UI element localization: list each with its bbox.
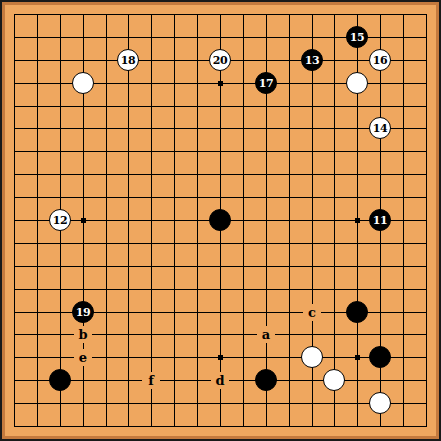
move-number-label: 18 <box>121 54 135 67</box>
black-stone-D6: 19 <box>72 301 94 323</box>
star-point <box>355 355 360 360</box>
move-number-label: 17 <box>259 77 273 90</box>
move-number-label: 11 <box>373 214 387 227</box>
white-stone-D16 <box>72 72 94 94</box>
go-board: abcdef11121314151617181920 <box>0 0 441 441</box>
move-number-label: 19 <box>76 306 90 319</box>
black-stone-M3 <box>255 369 277 391</box>
letter-annotation-e: e <box>74 349 92 366</box>
move-number-label: 20 <box>213 54 227 67</box>
grid-line-horizontal <box>14 289 427 290</box>
grid-line-horizontal <box>14 266 427 267</box>
grid-line-vertical <box>334 14 335 427</box>
grid-line-horizontal <box>14 243 427 244</box>
white-stone-R2 <box>369 392 391 414</box>
star-point <box>355 218 360 223</box>
letter-annotation-b: b <box>74 326 92 343</box>
grid-line-horizontal <box>14 426 427 427</box>
black-stone-O17: 13 <box>301 49 323 71</box>
grid-line-vertical <box>426 14 427 427</box>
letter-annotation-a: a <box>257 326 275 343</box>
white-stone-K17: 20 <box>209 49 231 71</box>
white-stone-P3 <box>323 369 345 391</box>
white-stone-R17: 16 <box>369 49 391 71</box>
letter-annotation-f: f <box>142 372 160 389</box>
white-stone-F17: 18 <box>117 49 139 71</box>
letter-annotation-c: c <box>303 304 321 321</box>
move-number-label: 16 <box>373 54 387 67</box>
move-number-label: 12 <box>53 214 67 227</box>
black-stone-Q18: 15 <box>346 26 368 48</box>
move-number-label: 13 <box>305 54 319 67</box>
grid-line-vertical <box>243 14 244 427</box>
black-stone-C3 <box>49 369 71 391</box>
black-stone-R4 <box>369 346 391 368</box>
letter-annotation-d: d <box>211 372 229 389</box>
black-stone-K10 <box>209 209 231 231</box>
white-stone-O4 <box>301 346 323 368</box>
star-point <box>218 81 223 86</box>
black-stone-M16: 17 <box>255 72 277 94</box>
grid-line-vertical <box>289 14 290 427</box>
star-point <box>218 355 223 360</box>
black-stone-R10: 11 <box>369 209 391 231</box>
move-number-label: 14 <box>373 122 387 135</box>
white-stone-C10: 12 <box>49 209 71 231</box>
grid-line-horizontal <box>14 403 427 404</box>
white-stone-Q16 <box>346 72 368 94</box>
star-point <box>81 218 86 223</box>
grid-line-vertical <box>403 14 404 427</box>
black-stone-Q6 <box>346 301 368 323</box>
white-stone-R14: 14 <box>369 117 391 139</box>
move-number-label: 15 <box>350 31 364 44</box>
